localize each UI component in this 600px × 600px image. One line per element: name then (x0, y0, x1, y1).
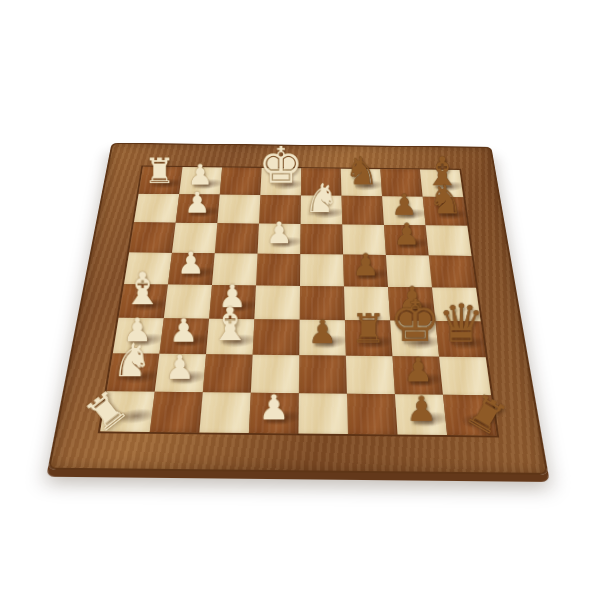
piece-black-pawn-b7[interactable]: ♟ (391, 191, 417, 218)
piece-white-pawn-f2[interactable]: ♟ (169, 315, 198, 345)
board-grid: ♜♟♚♞♝♟♞♟♞♟♟♟♟♝♟♟♟♟♝♟♜♚♛♞♟♟♜♟♟♜ (100, 167, 496, 436)
piece-black-pawn-f5[interactable]: ♟ (308, 317, 337, 347)
piece-black-pawn-c7[interactable]: ♟ (393, 220, 420, 248)
piece-white-king-a4[interactable]: ♚ (258, 142, 303, 188)
piece-black-knight-a6[interactable]: ♞ (344, 154, 379, 189)
square-d8[interactable] (429, 256, 476, 288)
piece-black-pawn-d6[interactable]: ♟ (352, 251, 380, 279)
square-f8[interactable]: ♛ (435, 321, 485, 357)
piece-white-pawn-c4[interactable]: ♟ (266, 219, 293, 247)
square-h6[interactable] (347, 394, 398, 435)
square-h8[interactable]: ♜ (443, 395, 497, 436)
piece-white-pawn-g2[interactable]: ♟ (165, 352, 195, 383)
square-b1[interactable] (134, 194, 179, 223)
square-d5[interactable] (300, 254, 344, 286)
piece-white-pawn-b2[interactable]: ♟ (184, 189, 210, 216)
square-h7[interactable]: ♟ (395, 394, 447, 435)
square-h5[interactable] (298, 393, 348, 434)
piece-white-knight-g1[interactable]: ♞ (112, 340, 153, 382)
chess-board: ♜♟♚♞♝♟♞♟♞♟♟♟♟♝♟♟♟♟♝♟♜♚♛♞♟♟♜♟♟♜ (48, 143, 549, 475)
square-e4[interactable] (254, 286, 300, 320)
square-h2[interactable] (150, 392, 203, 433)
piece-white-bishop-e1[interactable]: ♝ (122, 268, 162, 309)
piece-white-pawn-a2[interactable]: ♟ (187, 162, 212, 188)
piece-black-pawn-g7[interactable]: ♟ (403, 354, 433, 385)
square-b5[interactable]: ♞ (301, 195, 343, 224)
square-h1[interactable]: ♜ (100, 391, 155, 432)
square-a1[interactable]: ♜ (139, 167, 183, 195)
piece-white-pawn-h4[interactable]: ♟ (258, 391, 289, 423)
square-a4[interactable]: ♚ (260, 168, 301, 196)
square-b6[interactable] (342, 196, 384, 225)
piece-black-knight-b8[interactable]: ♞ (428, 182, 463, 218)
piece-black-king-f7[interactable]: ♚ (389, 295, 441, 348)
piece-white-bishop-f3[interactable]: ♝ (209, 303, 251, 346)
piece-white-rook-a1[interactable]: ♜ (144, 155, 175, 187)
square-d2[interactable]: ♟ (168, 253, 215, 285)
piece-black-rook-f6[interactable]: ♜ (351, 311, 387, 348)
square-g5[interactable] (299, 355, 347, 393)
square-b2[interactable]: ♟ (176, 194, 220, 223)
piece-black-pawn-h7[interactable]: ♟ (406, 393, 437, 425)
piece-black-queen-f8[interactable]: ♛ (438, 300, 485, 348)
square-h3[interactable] (199, 392, 250, 433)
piece-white-knight-b5[interactable]: ♞ (304, 181, 339, 217)
piece-white-pawn-d2[interactable]: ♟ (177, 249, 205, 277)
square-c8[interactable] (426, 225, 472, 256)
square-g3[interactable] (203, 354, 253, 392)
square-a6[interactable]: ♞ (341, 169, 382, 197)
square-f6[interactable]: ♜ (345, 320, 393, 356)
square-g6[interactable] (346, 356, 395, 394)
square-g1[interactable]: ♞ (107, 353, 160, 391)
square-h4[interactable]: ♟ (249, 393, 299, 434)
square-f3[interactable]: ♝ (206, 319, 254, 355)
square-b8[interactable]: ♞ (423, 197, 468, 226)
square-d4[interactable] (256, 254, 300, 286)
square-g2[interactable]: ♟ (155, 354, 206, 392)
scene: ♜♟♚♞♝♟♞♟♞♟♟♟♟♝♟♟♟♟♝♟♜♚♛♞♟♟♜♟♟♜ (0, 0, 600, 600)
square-b3[interactable] (217, 195, 260, 224)
square-d6[interactable]: ♟ (343, 255, 388, 287)
